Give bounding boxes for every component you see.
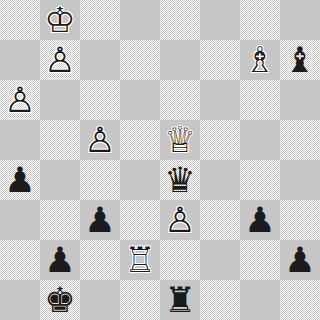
white-queen-icon[interactable]: ♕ [160, 120, 200, 160]
square-d5[interactable] [120, 120, 160, 160]
square-a4[interactable]: ♟ [0, 160, 40, 200]
square-h1[interactable] [280, 280, 320, 320]
square-a2[interactable] [0, 240, 40, 280]
square-a7[interactable] [0, 40, 40, 80]
square-f3[interactable] [200, 200, 240, 240]
square-e2[interactable] [160, 240, 200, 280]
white-rook-icon[interactable]: ♖ [120, 240, 160, 280]
square-c7[interactable] [80, 40, 120, 80]
square-e6[interactable] [160, 80, 200, 120]
square-g7[interactable]: ♗ [240, 40, 280, 80]
square-f5[interactable] [200, 120, 240, 160]
square-d1[interactable] [120, 280, 160, 320]
square-c8[interactable] [80, 0, 120, 40]
black-queen-icon[interactable]: ♛ [160, 160, 200, 200]
square-d8[interactable] [120, 0, 160, 40]
square-f6[interactable] [200, 80, 240, 120]
square-e8[interactable] [160, 0, 200, 40]
square-a8[interactable] [0, 0, 40, 40]
square-b4[interactable] [40, 160, 80, 200]
square-h4[interactable] [280, 160, 320, 200]
square-h8[interactable] [280, 0, 320, 40]
square-g4[interactable] [240, 160, 280, 200]
square-e5[interactable]: ♕ [160, 120, 200, 160]
square-a3[interactable] [0, 200, 40, 240]
square-e4[interactable]: ♛ [160, 160, 200, 200]
square-f1[interactable] [200, 280, 240, 320]
square-h5[interactable] [280, 120, 320, 160]
black-rook-icon[interactable]: ♜ [160, 280, 200, 320]
white-pawn-icon[interactable]: ♙ [160, 200, 200, 240]
square-f7[interactable] [200, 40, 240, 80]
square-d6[interactable] [120, 80, 160, 120]
square-h6[interactable] [280, 80, 320, 120]
square-c3[interactable]: ♟ [80, 200, 120, 240]
square-d3[interactable] [120, 200, 160, 240]
square-h3[interactable] [280, 200, 320, 240]
white-pawn-icon[interactable]: ♙ [0, 80, 40, 120]
black-pawn-icon[interactable]: ♟ [0, 160, 40, 200]
black-pawn-icon[interactable]: ♟ [80, 200, 120, 240]
square-b2[interactable]: ♟ [40, 240, 80, 280]
square-a6[interactable]: ♙ [0, 80, 40, 120]
square-a5[interactable] [0, 120, 40, 160]
square-f4[interactable] [200, 160, 240, 200]
white-pawn-icon[interactable]: ♙ [40, 40, 80, 80]
square-h2[interactable]: ♟ [280, 240, 320, 280]
white-king-icon[interactable]: ♔ [40, 0, 80, 40]
square-h7[interactable]: ♝ [280, 40, 320, 80]
black-king-icon[interactable]: ♚ [40, 280, 80, 320]
square-b8[interactable]: ♔ [40, 0, 80, 40]
black-pawn-icon[interactable]: ♟ [280, 240, 320, 280]
square-g1[interactable] [240, 280, 280, 320]
square-f8[interactable] [200, 0, 240, 40]
square-c1[interactable] [80, 280, 120, 320]
square-e1[interactable]: ♜ [160, 280, 200, 320]
white-pawn-icon[interactable]: ♙ [80, 120, 120, 160]
square-g5[interactable] [240, 120, 280, 160]
square-a1[interactable] [0, 280, 40, 320]
black-bishop-icon[interactable]: ♝ [280, 40, 320, 80]
square-g6[interactable] [240, 80, 280, 120]
square-g2[interactable] [240, 240, 280, 280]
square-g3[interactable]: ♟ [240, 200, 280, 240]
white-bishop-icon[interactable]: ♗ [240, 40, 280, 80]
square-c4[interactable] [80, 160, 120, 200]
square-f2[interactable] [200, 240, 240, 280]
square-c2[interactable] [80, 240, 120, 280]
square-b5[interactable] [40, 120, 80, 160]
square-b3[interactable] [40, 200, 80, 240]
square-d2[interactable]: ♖ [120, 240, 160, 280]
square-g8[interactable] [240, 0, 280, 40]
square-b6[interactable] [40, 80, 80, 120]
black-pawn-icon[interactable]: ♟ [240, 200, 280, 240]
square-d4[interactable] [120, 160, 160, 200]
square-c6[interactable] [80, 80, 120, 120]
chess-board: ♔♙♗♝♙♙♕♟♛♟♙♟♟♖♟♚♜ [0, 0, 320, 320]
square-b1[interactable]: ♚ [40, 280, 80, 320]
black-pawn-icon[interactable]: ♟ [40, 240, 80, 280]
square-e3[interactable]: ♙ [160, 200, 200, 240]
square-e7[interactable] [160, 40, 200, 80]
square-d7[interactable] [120, 40, 160, 80]
square-c5[interactable]: ♙ [80, 120, 120, 160]
square-b7[interactable]: ♙ [40, 40, 80, 80]
